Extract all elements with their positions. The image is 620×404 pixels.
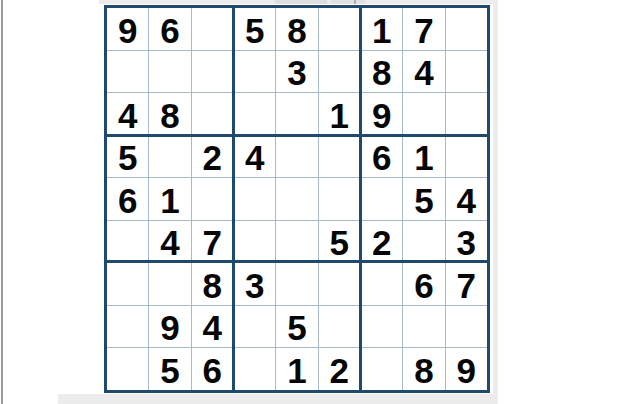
window-edge-line bbox=[1, 0, 3, 404]
cell-r1c8[interactable]: 7 bbox=[403, 8, 444, 50]
cell-r6c3[interactable]: 7 bbox=[192, 221, 233, 263]
cell-r2c7[interactable]: 8 bbox=[361, 51, 402, 93]
cell-r8c9[interactable] bbox=[446, 306, 487, 348]
cell-r3c9[interactable] bbox=[446, 93, 487, 135]
cell-r5c2[interactable]: 1 bbox=[149, 178, 190, 220]
cell-r9c5[interactable]: 1 bbox=[276, 348, 317, 390]
cell-r5c8[interactable]: 5 bbox=[403, 178, 444, 220]
cell-r4c7[interactable]: 6 bbox=[361, 136, 402, 178]
cell-r7c1[interactable] bbox=[107, 263, 148, 305]
box-separator-horizontal-1 bbox=[107, 134, 487, 137]
sudoku-image-panel: 9658173844819524616154475238367945561289 bbox=[99, 0, 498, 404]
cell-r7c3[interactable]: 8 bbox=[192, 263, 233, 305]
cell-r3c3[interactable] bbox=[192, 93, 233, 135]
cell-r6c9[interactable]: 3 bbox=[446, 221, 487, 263]
cell-r8c7[interactable] bbox=[361, 306, 402, 348]
cell-r2c3[interactable] bbox=[192, 51, 233, 93]
page: 9658173844819524616154475238367945561289 bbox=[0, 0, 620, 404]
cell-r5c7[interactable] bbox=[361, 178, 402, 220]
cell-r3c1[interactable]: 4 bbox=[107, 93, 148, 135]
cell-r9c6[interactable]: 2 bbox=[319, 348, 360, 390]
cell-r4c1[interactable]: 5 bbox=[107, 136, 148, 178]
cell-r6c2[interactable]: 4 bbox=[149, 221, 190, 263]
cell-r8c8[interactable] bbox=[403, 306, 444, 348]
cell-r5c1[interactable]: 6 bbox=[107, 178, 148, 220]
cell-r6c5[interactable] bbox=[276, 221, 317, 263]
cell-r9c1[interactable] bbox=[107, 348, 148, 390]
cell-r3c2[interactable]: 8 bbox=[149, 93, 190, 135]
cell-r8c4[interactable] bbox=[234, 306, 275, 348]
cell-r1c2[interactable]: 6 bbox=[149, 8, 190, 50]
cell-r5c9[interactable]: 4 bbox=[446, 178, 487, 220]
cell-r9c2[interactable]: 5 bbox=[149, 348, 190, 390]
cell-r6c7[interactable]: 2 bbox=[361, 221, 402, 263]
cell-r8c3[interactable]: 4 bbox=[192, 306, 233, 348]
cell-r3c7[interactable]: 9 bbox=[361, 93, 402, 135]
cell-r5c5[interactable] bbox=[276, 178, 317, 220]
cell-r6c4[interactable] bbox=[234, 221, 275, 263]
cell-r3c6[interactable]: 1 bbox=[319, 93, 360, 135]
cell-r1c6[interactable] bbox=[319, 8, 360, 50]
box-separator-vertical-2 bbox=[359, 8, 362, 390]
cell-r8c6[interactable] bbox=[319, 306, 360, 348]
cell-r3c8[interactable] bbox=[403, 93, 444, 135]
cell-r9c4[interactable] bbox=[234, 348, 275, 390]
cell-r4c5[interactable] bbox=[276, 136, 317, 178]
cell-r8c1[interactable] bbox=[107, 306, 148, 348]
cell-r4c6[interactable] bbox=[319, 136, 360, 178]
cell-r2c2[interactable] bbox=[149, 51, 190, 93]
cell-r2c5[interactable]: 3 bbox=[276, 51, 317, 93]
cell-r1c7[interactable]: 1 bbox=[361, 8, 402, 50]
cell-r1c3[interactable] bbox=[192, 8, 233, 50]
cell-r5c6[interactable] bbox=[319, 178, 360, 220]
cell-r5c4[interactable] bbox=[234, 178, 275, 220]
cell-r2c1[interactable] bbox=[107, 51, 148, 93]
box-separator-horizontal-2 bbox=[107, 260, 487, 263]
cell-r2c4[interactable] bbox=[234, 51, 275, 93]
sudoku-board: 9658173844819524616154475238367945561289 bbox=[104, 5, 490, 393]
cell-r9c7[interactable] bbox=[361, 348, 402, 390]
cell-r7c8[interactable]: 6 bbox=[403, 263, 444, 305]
cell-r2c9[interactable] bbox=[446, 51, 487, 93]
cell-r7c7[interactable] bbox=[361, 263, 402, 305]
cell-r9c9[interactable]: 9 bbox=[446, 348, 487, 390]
cell-r9c8[interactable]: 8 bbox=[403, 348, 444, 390]
cell-r6c6[interactable]: 5 bbox=[319, 221, 360, 263]
cell-r4c9[interactable] bbox=[446, 136, 487, 178]
cell-r7c4[interactable]: 3 bbox=[234, 263, 275, 305]
cell-r4c4[interactable]: 4 bbox=[234, 136, 275, 178]
cell-r9c3[interactable]: 6 bbox=[192, 348, 233, 390]
cell-r2c6[interactable] bbox=[319, 51, 360, 93]
cell-r8c5[interactable]: 5 bbox=[276, 306, 317, 348]
cell-r1c5[interactable]: 8 bbox=[276, 8, 317, 50]
cell-r7c2[interactable] bbox=[149, 263, 190, 305]
cell-r1c4[interactable]: 5 bbox=[234, 8, 275, 50]
box-separator-vertical-1 bbox=[232, 8, 235, 390]
cell-r7c6[interactable] bbox=[319, 263, 360, 305]
cell-r1c1[interactable]: 9 bbox=[107, 8, 148, 50]
cell-r7c9[interactable]: 7 bbox=[446, 263, 487, 305]
cell-r3c4[interactable] bbox=[234, 93, 275, 135]
board-background: 9658173844819524616154475238367945561289 bbox=[99, 4, 493, 394]
cell-r3c5[interactable] bbox=[276, 93, 317, 135]
cell-r6c1[interactable] bbox=[107, 221, 148, 263]
cell-r5c3[interactable] bbox=[192, 178, 233, 220]
cell-r6c8[interactable] bbox=[403, 221, 444, 263]
cell-r7c5[interactable] bbox=[276, 263, 317, 305]
cell-r2c8[interactable]: 4 bbox=[403, 51, 444, 93]
cell-r4c3[interactable]: 2 bbox=[192, 136, 233, 178]
cell-r8c2[interactable]: 9 bbox=[149, 306, 190, 348]
cell-r4c8[interactable]: 1 bbox=[403, 136, 444, 178]
cell-r1c9[interactable] bbox=[446, 8, 487, 50]
cell-r4c2[interactable] bbox=[149, 136, 190, 178]
